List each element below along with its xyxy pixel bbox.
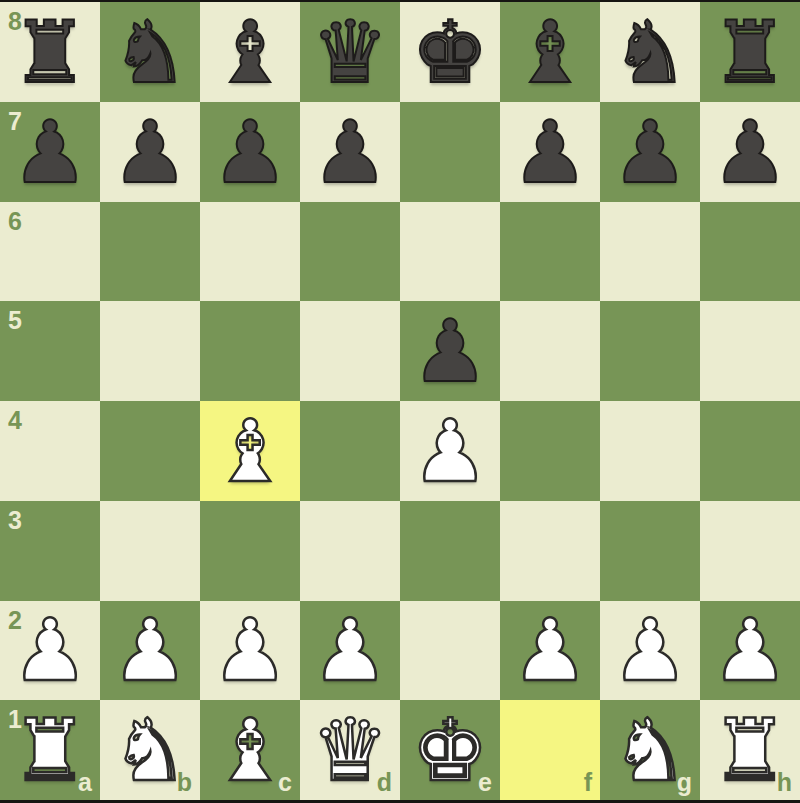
square-e1[interactable]: e♚ xyxy=(400,700,500,800)
white-pawn-h2[interactable]: ♟ xyxy=(700,601,800,701)
square-d5[interactable] xyxy=(300,301,400,401)
square-c5[interactable] xyxy=(200,301,300,401)
square-h2[interactable]: ♟ xyxy=(700,601,800,701)
square-f3[interactable] xyxy=(500,501,600,601)
square-a5[interactable]: 5 xyxy=(0,301,100,401)
square-f8[interactable]: ♝ xyxy=(500,2,600,102)
square-c7[interactable]: ♟ xyxy=(200,102,300,202)
square-f7[interactable]: ♟ xyxy=(500,102,600,202)
white-king-e1[interactable]: ♚ xyxy=(400,700,500,800)
white-pawn-g2[interactable]: ♟ xyxy=(600,601,700,701)
square-a2[interactable]: 2♟ xyxy=(0,601,100,701)
square-f6[interactable] xyxy=(500,202,600,302)
rank-label-3: 3 xyxy=(8,508,22,533)
square-f1[interactable]: f xyxy=(500,700,600,800)
square-g1[interactable]: g♞ xyxy=(600,700,700,800)
square-d2[interactable]: ♟ xyxy=(300,601,400,701)
square-a6[interactable]: 6 xyxy=(0,202,100,302)
square-c6[interactable] xyxy=(200,202,300,302)
square-b4[interactable] xyxy=(100,401,200,501)
square-b1[interactable]: b♞ xyxy=(100,700,200,800)
black-queen-d8[interactable]: ♛ xyxy=(300,2,400,102)
square-h3[interactable] xyxy=(700,501,800,601)
square-h5[interactable] xyxy=(700,301,800,401)
white-pawn-f2[interactable]: ♟ xyxy=(500,601,600,701)
white-bishop-c1[interactable]: ♝ xyxy=(200,700,300,800)
black-pawn-b7[interactable]: ♟ xyxy=(100,102,200,202)
square-b8[interactable]: ♞ xyxy=(100,2,200,102)
chess-board: 8♜♞♝♛♚♝♞♜7♟♟♟♟♟♟♟65♟4♝♟32♟♟♟♟♟♟♟1a♜b♞c♝d… xyxy=(0,2,800,800)
white-pawn-a2[interactable]: ♟ xyxy=(0,601,100,701)
square-b7[interactable]: ♟ xyxy=(100,102,200,202)
black-knight-g8[interactable]: ♞ xyxy=(600,2,700,102)
white-rook-h1[interactable]: ♜ xyxy=(700,700,800,800)
square-b5[interactable] xyxy=(100,301,200,401)
square-g4[interactable] xyxy=(600,401,700,501)
black-pawn-a7[interactable]: ♟ xyxy=(0,102,100,202)
square-e2[interactable] xyxy=(400,601,500,701)
square-a8[interactable]: 8♜ xyxy=(0,2,100,102)
square-h6[interactable] xyxy=(700,202,800,302)
square-b6[interactable] xyxy=(100,202,200,302)
white-queen-d1[interactable]: ♛ xyxy=(300,700,400,800)
square-a4[interactable]: 4 xyxy=(0,401,100,501)
square-a3[interactable]: 3 xyxy=(0,501,100,601)
square-a7[interactable]: 7♟ xyxy=(0,102,100,202)
square-g5[interactable] xyxy=(600,301,700,401)
square-g7[interactable]: ♟ xyxy=(600,102,700,202)
square-e7[interactable] xyxy=(400,102,500,202)
rank-label-4: 4 xyxy=(8,408,22,433)
square-g6[interactable] xyxy=(600,202,700,302)
file-label-f: f xyxy=(584,770,592,795)
black-knight-b8[interactable]: ♞ xyxy=(100,2,200,102)
square-b3[interactable] xyxy=(100,501,200,601)
black-pawn-d7[interactable]: ♟ xyxy=(300,102,400,202)
black-pawn-h7[interactable]: ♟ xyxy=(700,102,800,202)
square-a1[interactable]: 1a♜ xyxy=(0,700,100,800)
white-knight-b1[interactable]: ♞ xyxy=(100,700,200,800)
square-e5[interactable]: ♟ xyxy=(400,301,500,401)
square-c4[interactable]: ♝ xyxy=(200,401,300,501)
square-d4[interactable] xyxy=(300,401,400,501)
white-pawn-c2[interactable]: ♟ xyxy=(200,601,300,701)
square-c2[interactable]: ♟ xyxy=(200,601,300,701)
square-e4[interactable]: ♟ xyxy=(400,401,500,501)
white-rook-a1[interactable]: ♜ xyxy=(0,700,100,800)
rank-label-6: 6 xyxy=(8,209,22,234)
square-f4[interactable] xyxy=(500,401,600,501)
square-d1[interactable]: d♛ xyxy=(300,700,400,800)
square-f2[interactable]: ♟ xyxy=(500,601,600,701)
black-pawn-e5[interactable]: ♟ xyxy=(400,301,500,401)
black-pawn-f7[interactable]: ♟ xyxy=(500,102,600,202)
square-g3[interactable] xyxy=(600,501,700,601)
square-h7[interactable]: ♟ xyxy=(700,102,800,202)
black-king-e8[interactable]: ♚ xyxy=(400,2,500,102)
square-d8[interactable]: ♛ xyxy=(300,2,400,102)
square-h4[interactable] xyxy=(700,401,800,501)
black-bishop-f8[interactable]: ♝ xyxy=(500,2,600,102)
white-pawn-b2[interactable]: ♟ xyxy=(100,601,200,701)
white-knight-g1[interactable]: ♞ xyxy=(600,700,700,800)
square-g2[interactable]: ♟ xyxy=(600,601,700,701)
white-pawn-e4[interactable]: ♟ xyxy=(400,401,500,501)
black-rook-a8[interactable]: ♜ xyxy=(0,2,100,102)
black-bishop-c8[interactable]: ♝ xyxy=(200,2,300,102)
square-g8[interactable]: ♞ xyxy=(600,2,700,102)
white-pawn-d2[interactable]: ♟ xyxy=(300,601,400,701)
black-pawn-g7[interactable]: ♟ xyxy=(600,102,700,202)
square-e6[interactable] xyxy=(400,202,500,302)
square-d6[interactable] xyxy=(300,202,400,302)
square-c8[interactable]: ♝ xyxy=(200,2,300,102)
square-e3[interactable] xyxy=(400,501,500,601)
square-d3[interactable] xyxy=(300,501,400,601)
chess-app-window: 8♜♞♝♛♚♝♞♜7♟♟♟♟♟♟♟65♟4♝♟32♟♟♟♟♟♟♟1a♜b♞c♝d… xyxy=(0,0,800,803)
square-h1[interactable]: h♜ xyxy=(700,700,800,800)
rank-label-5: 5 xyxy=(8,308,22,333)
square-f5[interactable] xyxy=(500,301,600,401)
white-bishop-c4[interactable]: ♝ xyxy=(200,401,300,501)
square-b2[interactable]: ♟ xyxy=(100,601,200,701)
square-c1[interactable]: c♝ xyxy=(200,700,300,800)
black-rook-h8[interactable]: ♜ xyxy=(700,2,800,102)
black-pawn-c7[interactable]: ♟ xyxy=(200,102,300,202)
square-c3[interactable] xyxy=(200,501,300,601)
square-h8[interactable]: ♜ xyxy=(700,2,800,102)
square-e8[interactable]: ♚ xyxy=(400,2,500,102)
square-d7[interactable]: ♟ xyxy=(300,102,400,202)
